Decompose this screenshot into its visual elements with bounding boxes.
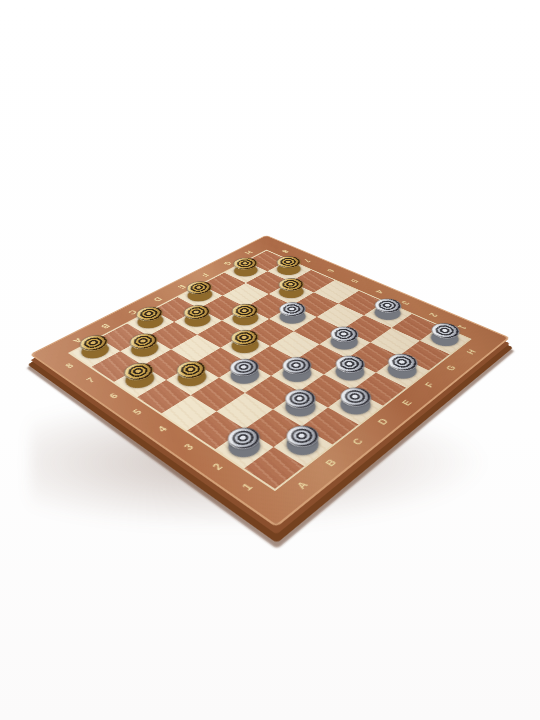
square-b3 [217,393,272,428]
coordinate-label-7: 7 [69,367,114,395]
square-a4 [162,395,217,430]
product-photo-canvas: ABCDEFGH ABCDEFGH 12345678 12345678 [0,0,540,720]
